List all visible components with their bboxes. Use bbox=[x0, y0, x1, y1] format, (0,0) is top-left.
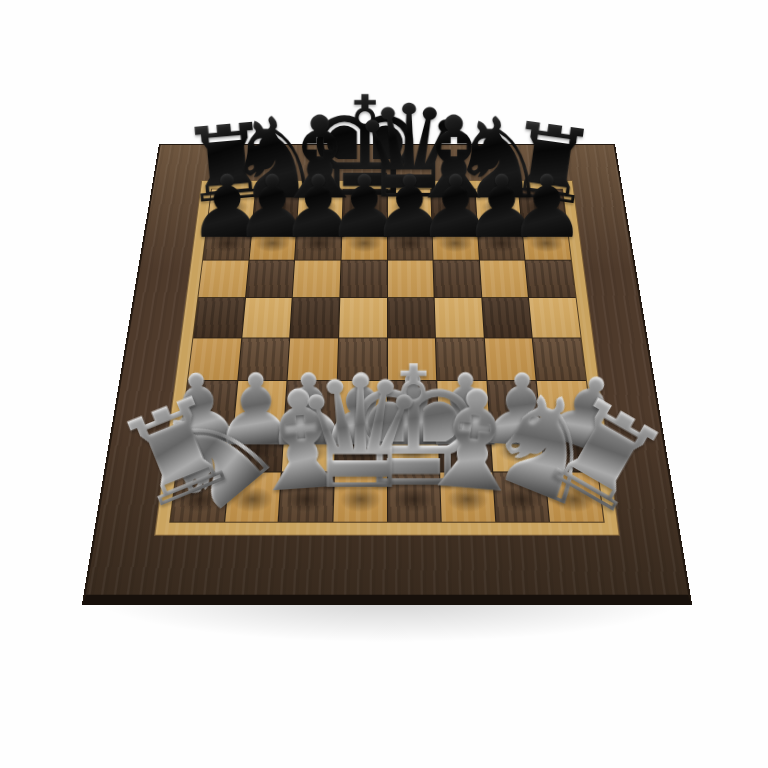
square-g6 bbox=[480, 260, 529, 297]
square-a1: ♜ bbox=[171, 473, 229, 522]
chess-board: ♜♞♝♚♛♝♞♜♟♟♟♟♟♟♟♟♟♟♟♟♟♟♟♟♜♞♝♛♚♝♞♜ bbox=[82, 144, 693, 606]
piece-black-pawn-h7: ♟ bbox=[508, 166, 586, 248]
square-h5 bbox=[529, 298, 580, 337]
square-d6 bbox=[340, 260, 386, 297]
square-e6 bbox=[387, 260, 433, 297]
board-frame: ♜♞♝♚♛♝♞♜♟♟♟♟♟♟♟♟♟♟♟♟♟♟♟♟♜♞♝♛♚♝♞♜ bbox=[82, 144, 693, 606]
square-c5 bbox=[290, 298, 339, 337]
photo-scene: ♜♞♝♚♛♝♞♜♟♟♟♟♟♟♟♟♟♟♟♟♟♟♟♟♜♞♝♛♚♝♞♜ bbox=[0, 0, 768, 768]
piece-white-queen-d1: ♛ bbox=[291, 360, 430, 507]
square-g5 bbox=[482, 298, 532, 337]
square-h1: ♜ bbox=[546, 473, 604, 522]
square-d1: ♛ bbox=[333, 473, 386, 522]
square-a5 bbox=[193, 298, 244, 337]
square-b6 bbox=[246, 260, 295, 297]
square-a6 bbox=[198, 260, 248, 297]
square-h7: ♟ bbox=[522, 224, 570, 259]
square-c6 bbox=[293, 260, 340, 297]
square-h6 bbox=[526, 260, 576, 297]
board-inner-border: ♜♞♝♚♛♝♞♜♟♟♟♟♟♟♟♟♟♟♟♟♟♟♟♟♜♞♝♛♚♝♞♜ bbox=[154, 180, 620, 536]
board-grid: ♜♞♝♚♛♝♞♜♟♟♟♟♟♟♟♟♟♟♟♟♟♟♟♟♜♞♝♛♚♝♞♜ bbox=[171, 189, 604, 521]
square-f6 bbox=[434, 260, 481, 297]
square-b5 bbox=[242, 298, 292, 337]
